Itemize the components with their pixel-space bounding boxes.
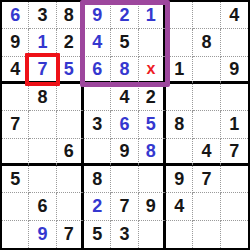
cell-r2c7[interactable] xyxy=(166,29,193,56)
cell-r1c6[interactable]: 1 xyxy=(139,2,166,29)
cell-r4c6[interactable]: 2 xyxy=(139,84,166,111)
cell-r2c6[interactable] xyxy=(139,29,166,56)
cell-r6c9[interactable]: 7 xyxy=(221,139,248,166)
sudoku-board: 638921491245847568x198427365816984758976… xyxy=(0,0,250,250)
cell-r3c6[interactable]: x xyxy=(139,57,166,84)
cell-r9c4[interactable]: 5 xyxy=(84,221,111,248)
cell-r4c9[interactable] xyxy=(221,84,248,111)
cell-r1c7[interactable] xyxy=(166,2,193,29)
cell-r8c3[interactable] xyxy=(57,193,84,220)
cell-r8c2[interactable]: 6 xyxy=(29,193,56,220)
cell-r5c7[interactable]: 8 xyxy=(166,111,193,138)
cell-r7c8[interactable]: 7 xyxy=(193,166,220,193)
cell-r4c2[interactable]: 8 xyxy=(29,84,56,111)
cell-r9c5[interactable]: 3 xyxy=(111,221,138,248)
cell-r3c9[interactable]: 9 xyxy=(221,57,248,84)
cell-r9c8[interactable] xyxy=(193,221,220,248)
cell-r7c6[interactable] xyxy=(139,166,166,193)
cell-r9c3[interactable]: 7 xyxy=(57,221,84,248)
cell-r4c5[interactable]: 4 xyxy=(111,84,138,111)
cell-r3c4[interactable]: 6 xyxy=(84,57,111,84)
cell-r7c7[interactable]: 9 xyxy=(166,166,193,193)
cell-r8c1[interactable] xyxy=(2,193,29,220)
cell-r4c4[interactable] xyxy=(84,84,111,111)
cell-r1c5[interactable]: 2 xyxy=(111,2,138,29)
cell-r5c1[interactable]: 7 xyxy=(2,111,29,138)
cell-r9c1[interactable] xyxy=(2,221,29,248)
cell-r6c8[interactable]: 4 xyxy=(193,139,220,166)
cell-r8c5[interactable]: 7 xyxy=(111,193,138,220)
cell-r5c2[interactable] xyxy=(29,111,56,138)
cell-r7c2[interactable] xyxy=(29,166,56,193)
cell-r4c3[interactable] xyxy=(57,84,84,111)
cell-r7c3[interactable] xyxy=(57,166,84,193)
cell-r4c8[interactable] xyxy=(193,84,220,111)
cell-r1c8[interactable] xyxy=(193,2,220,29)
cell-r3c8[interactable] xyxy=(193,57,220,84)
cell-r9c6[interactable] xyxy=(139,221,166,248)
cell-r7c9[interactable] xyxy=(221,166,248,193)
cell-r8c9[interactable] xyxy=(221,193,248,220)
cell-r8c7[interactable]: 4 xyxy=(166,193,193,220)
cell-r6c4[interactable] xyxy=(84,139,111,166)
cell-r6c3[interactable]: 6 xyxy=(57,139,84,166)
cell-r1c9[interactable]: 4 xyxy=(221,2,248,29)
cell-r7c5[interactable] xyxy=(111,166,138,193)
cell-r3c1[interactable]: 4 xyxy=(2,57,29,84)
cell-r1c3[interactable]: 8 xyxy=(57,2,84,29)
cell-r4c1[interactable] xyxy=(2,84,29,111)
cell-r8c8[interactable] xyxy=(193,193,220,220)
cell-r4c7[interactable] xyxy=(166,84,193,111)
cell-r6c7[interactable] xyxy=(166,139,193,166)
cell-r6c5[interactable]: 9 xyxy=(111,139,138,166)
cell-r3c3[interactable]: 5 xyxy=(57,57,84,84)
cell-r2c9[interactable] xyxy=(221,29,248,56)
cell-r5c3[interactable] xyxy=(57,111,84,138)
cell-r5c4[interactable]: 3 xyxy=(84,111,111,138)
cell-r6c1[interactable] xyxy=(2,139,29,166)
cell-r9c9[interactable] xyxy=(221,221,248,248)
cell-r5c6[interactable]: 5 xyxy=(139,111,166,138)
cell-r6c2[interactable] xyxy=(29,139,56,166)
cell-r1c1[interactable]: 6 xyxy=(2,2,29,29)
cell-r2c2[interactable]: 1 xyxy=(29,29,56,56)
cell-r5c9[interactable]: 1 xyxy=(221,111,248,138)
cell-r3c2[interactable]: 7 xyxy=(29,57,56,84)
cell-r2c5[interactable]: 5 xyxy=(111,29,138,56)
cell-r7c4[interactable]: 8 xyxy=(84,166,111,193)
cell-r9c7[interactable] xyxy=(166,221,193,248)
cell-r1c4[interactable]: 9 xyxy=(84,2,111,29)
cell-r3c5[interactable]: 8 xyxy=(111,57,138,84)
cell-r2c3[interactable]: 2 xyxy=(57,29,84,56)
cell-r9c2[interactable]: 9 xyxy=(29,221,56,248)
cell-r3c7[interactable]: 1 xyxy=(166,57,193,84)
cell-r6c6[interactable]: 8 xyxy=(139,139,166,166)
cell-r7c1[interactable]: 5 xyxy=(2,166,29,193)
cell-r2c4[interactable]: 4 xyxy=(84,29,111,56)
cell-r2c8[interactable]: 8 xyxy=(193,29,220,56)
cell-r1c2[interactable]: 3 xyxy=(29,2,56,29)
cell-r2c1[interactable]: 9 xyxy=(2,29,29,56)
cell-r5c8[interactable] xyxy=(193,111,220,138)
cell-r8c6[interactable]: 9 xyxy=(139,193,166,220)
cell-r5c5[interactable]: 6 xyxy=(111,111,138,138)
cell-r8c4[interactable]: 2 xyxy=(84,193,111,220)
